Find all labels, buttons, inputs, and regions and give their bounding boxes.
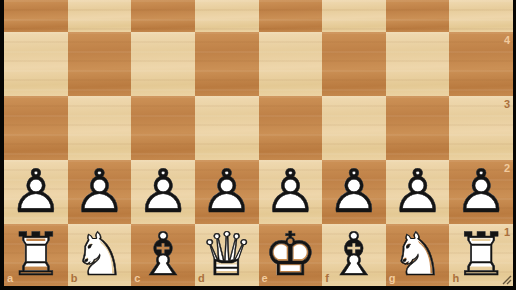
piece-white-pawn-f2[interactable]: ♟︎♙ xyxy=(322,160,386,224)
rank-label-3: 3 xyxy=(504,99,510,110)
piece-white-king-e1[interactable]: ♚♔ xyxy=(259,224,323,286)
rook-glyph-outline: ♖ xyxy=(454,224,508,284)
square-f2[interactable]: ♟︎♙ xyxy=(322,160,386,224)
square-h3[interactable]: 3 xyxy=(449,96,513,160)
piece-white-pawn-c2[interactable]: ♟︎♙ xyxy=(131,160,195,224)
square-a3[interactable] xyxy=(4,96,68,160)
rook-glyph-outline: ♖ xyxy=(9,224,63,284)
piece-white-pawn-e2[interactable]: ♟︎♙ xyxy=(259,160,323,224)
file-label-c: c xyxy=(134,273,140,284)
rank-label-2: 2 xyxy=(504,163,510,174)
square-h2[interactable]: 2♟︎♙ xyxy=(449,160,513,224)
square-g2[interactable]: ♟︎♙ xyxy=(386,160,450,224)
pawn-glyph-outline: ♙ xyxy=(73,161,127,221)
square-h5[interactable] xyxy=(449,0,513,32)
file-label-f: f xyxy=(325,273,329,284)
square-e5[interactable] xyxy=(259,0,323,32)
piece-white-rook-a1[interactable]: ♜♖ xyxy=(4,224,68,286)
square-e2[interactable]: ♟︎♙ xyxy=(259,160,323,224)
piece-white-pawn-a2[interactable]: ♟︎♙ xyxy=(4,160,68,224)
square-b3[interactable] xyxy=(68,96,132,160)
pawn-glyph-outline: ♙ xyxy=(200,161,254,221)
pawn-glyph-outline: ♙ xyxy=(327,161,381,221)
square-b1[interactable]: b♞♘ xyxy=(68,224,132,286)
square-d2[interactable]: ♟︎♙ xyxy=(195,160,259,224)
resize-handle-icon[interactable] xyxy=(502,275,512,285)
rank-label-1: 1 xyxy=(504,227,510,238)
pawn-glyph-outline: ♙ xyxy=(263,161,317,221)
square-e1[interactable]: e♚♔ xyxy=(259,224,323,286)
square-f1[interactable]: f♝♗ xyxy=(322,224,386,286)
file-label-h: h xyxy=(452,273,459,284)
square-d3[interactable] xyxy=(195,96,259,160)
square-a4[interactable] xyxy=(4,32,68,96)
piece-white-pawn-d2[interactable]: ♟︎♙ xyxy=(195,160,259,224)
square-b2[interactable]: ♟︎♙ xyxy=(68,160,132,224)
square-f5[interactable] xyxy=(322,0,386,32)
pawn-glyph-outline: ♙ xyxy=(454,161,508,221)
bishop-glyph-outline: ♗ xyxy=(327,224,381,284)
pawn-glyph-outline: ♙ xyxy=(136,161,190,221)
square-a5[interactable] xyxy=(4,0,68,32)
square-b5[interactable] xyxy=(68,0,132,32)
bishop-glyph-outline: ♗ xyxy=(136,224,190,284)
square-c2[interactable]: ♟︎♙ xyxy=(131,160,195,224)
piece-white-pawn-g2[interactable]: ♟︎♙ xyxy=(386,160,450,224)
square-g1[interactable]: g♞♘ xyxy=(386,224,450,286)
square-f3[interactable] xyxy=(322,96,386,160)
knight-glyph-outline: ♘ xyxy=(391,224,445,284)
rank-label-4: 4 xyxy=(504,35,510,46)
piece-white-pawn-b2[interactable]: ♟︎♙ xyxy=(68,160,132,224)
pawn-glyph-outline: ♙ xyxy=(9,161,63,221)
square-c1[interactable]: c♝♗ xyxy=(131,224,195,286)
letterbox-background: 43♟︎♙♟︎♙♟︎♙♟︎♙♟︎♙♟︎♙♟︎♙2♟︎♙a♜♖b♞♘c♝♗d♛♕e… xyxy=(0,0,516,290)
square-c3[interactable] xyxy=(131,96,195,160)
file-label-g: g xyxy=(389,273,396,284)
square-c4[interactable] xyxy=(131,32,195,96)
piece-white-bishop-f1[interactable]: ♝♗ xyxy=(322,224,386,286)
square-g4[interactable] xyxy=(386,32,450,96)
square-a1[interactable]: a♜♖ xyxy=(4,224,68,286)
square-d1[interactable]: d♛♕ xyxy=(195,224,259,286)
square-b4[interactable] xyxy=(68,32,132,96)
queen-glyph-outline: ♕ xyxy=(200,224,254,284)
square-e4[interactable] xyxy=(259,32,323,96)
file-label-b: b xyxy=(71,273,78,284)
square-d5[interactable] xyxy=(195,0,259,32)
square-g3[interactable] xyxy=(386,96,450,160)
square-a2[interactable]: ♟︎♙ xyxy=(4,160,68,224)
square-g5[interactable] xyxy=(386,0,450,32)
file-label-d: d xyxy=(198,273,205,284)
piece-white-bishop-c1[interactable]: ♝♗ xyxy=(131,224,195,286)
knight-glyph-outline: ♘ xyxy=(73,224,127,284)
square-h1[interactable]: 1h♜♖ xyxy=(449,224,513,286)
square-h4[interactable]: 4 xyxy=(449,32,513,96)
square-e3[interactable] xyxy=(259,96,323,160)
file-label-a: a xyxy=(7,273,13,284)
chessboard: 43♟︎♙♟︎♙♟︎♙♟︎♙♟︎♙♟︎♙♟︎♙2♟︎♙a♜♖b♞♘c♝♗d♛♕e… xyxy=(4,0,513,286)
file-label-e: e xyxy=(262,273,268,284)
square-d4[interactable] xyxy=(195,32,259,96)
king-glyph-outline: ♔ xyxy=(263,224,317,284)
square-f4[interactable] xyxy=(322,32,386,96)
pawn-glyph-outline: ♙ xyxy=(391,161,445,221)
square-c5[interactable] xyxy=(131,0,195,32)
